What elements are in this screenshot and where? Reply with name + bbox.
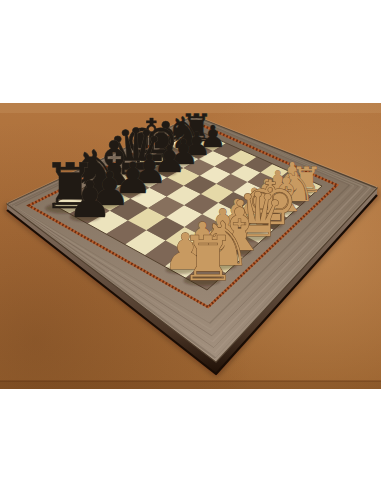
chess-set-photo: ♜♟♞♟♝♟♚♟♛♟♟♝♜♟♟♞♞♟♟♜♝♟♟♚♟♛♟♝♟♞♟♜ xyxy=(0,0,381,492)
piece-white-rook-a1: ♜ xyxy=(181,223,236,294)
chess-scene-svg: ♜♟♞♟♝♟♚♟♛♟♟♝♜♟♟♞♞♟♟♜♝♟♟♚♟♛♟♝♟♞♟♜ xyxy=(0,0,381,492)
table-front-edge xyxy=(0,381,381,389)
piece-black-pawn-a7: ♟ xyxy=(67,170,112,229)
